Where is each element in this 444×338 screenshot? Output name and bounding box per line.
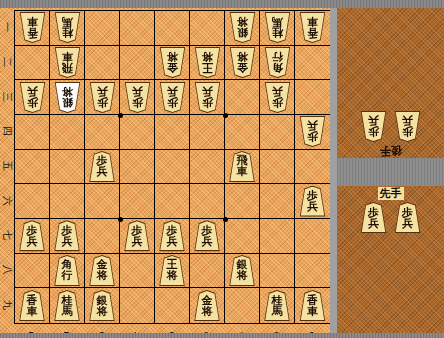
board-square[interactable]	[155, 150, 190, 185]
board-square[interactable]	[260, 184, 295, 219]
shogi-piece-sente[interactable]: 歩兵	[89, 151, 116, 182]
sente-piece-tray: 先手 歩兵歩兵	[337, 186, 444, 333]
board-square[interactable]	[85, 184, 120, 219]
board-square[interactable]: 歩兵	[120, 80, 155, 115]
board-square[interactable]	[295, 80, 330, 115]
board-square[interactable]: 歩兵	[15, 219, 50, 254]
shogi-piece-sente[interactable]: 歩兵	[54, 220, 81, 251]
board-square[interactable]	[85, 115, 120, 150]
shogi-piece-gote[interactable]: 歩兵	[194, 82, 221, 113]
board-square[interactable]: 香車	[295, 11, 330, 46]
shogi-piece-sente[interactable]: 歩兵	[299, 186, 326, 217]
shogi-piece-sente[interactable]: 飛車	[229, 151, 256, 182]
rank-label: 三	[0, 92, 14, 102]
board-square[interactable]	[225, 184, 260, 219]
gote-tray-pieces: 歩兵歩兵	[360, 111, 421, 142]
shogi-board-area: 一二三四五六七八九 香車桂馬銀将桂馬香車飛車金将王将金将角行歩兵銀将歩兵歩兵歩兵…	[0, 8, 330, 333]
board-square[interactable]	[50, 150, 85, 185]
board-square[interactable]	[190, 115, 225, 150]
board-square[interactable]: 飛車	[50, 46, 85, 81]
board-square[interactable]: 桂馬	[260, 288, 295, 323]
board-square[interactable]: 歩兵	[85, 150, 120, 185]
board-square[interactable]: 歩兵	[295, 184, 330, 219]
board-square[interactable]	[15, 46, 50, 81]
gote-tray-label: 後手	[380, 144, 402, 157]
board-square[interactable]	[50, 115, 85, 150]
board-square[interactable]	[155, 11, 190, 46]
board-square[interactable]	[85, 46, 120, 81]
board-square[interactable]: 金将	[155, 46, 190, 81]
board-square[interactable]: 歩兵	[85, 80, 120, 115]
shogi-piece-sente[interactable]: 歩兵	[194, 220, 221, 251]
board-square[interactable]	[225, 219, 260, 254]
shogi-piece-gote[interactable]: 金将	[229, 47, 256, 78]
shogi-piece-gote[interactable]: 歩兵	[124, 82, 151, 113]
board-square[interactable]	[225, 115, 260, 150]
shogi-piece-gote[interactable]: 歩兵	[394, 111, 421, 142]
shogi-piece-gote[interactable]: 角行	[264, 47, 291, 78]
board-square[interactable]	[260, 254, 295, 289]
rank-label: 五	[0, 161, 14, 171]
shogi-piece-gote[interactable]: 桂馬	[264, 12, 291, 43]
rank-label: 二	[0, 57, 14, 67]
shogi-piece-sente[interactable]: 銀将	[229, 255, 256, 286]
board-square[interactable]: 王将	[190, 46, 225, 81]
shogi-piece-sente[interactable]: 歩兵	[19, 220, 46, 251]
board-square[interactable]: 王将	[155, 254, 190, 289]
board-square[interactable]: 香車	[295, 288, 330, 323]
shogi-piece-gote[interactable]: 歩兵	[299, 116, 326, 147]
board-square[interactable]	[260, 115, 295, 150]
window-chrome-top	[0, 0, 444, 8]
sente-tray-pieces: 歩兵歩兵	[360, 202, 421, 233]
board-square[interactable]	[260, 219, 295, 254]
star-point	[223, 217, 228, 222]
board-square[interactable]	[15, 150, 50, 185]
shogi-piece-sente[interactable]: 香車	[299, 290, 326, 321]
board-square[interactable]: 歩兵	[295, 115, 330, 150]
shogi-piece-sente[interactable]: 歩兵	[360, 202, 387, 233]
board-square[interactable]	[260, 150, 295, 185]
board-square[interactable]: 飛車	[225, 150, 260, 185]
board-square[interactable]	[190, 184, 225, 219]
shogi-piece-gote[interactable]: 銀将	[229, 12, 256, 43]
board-square[interactable]	[225, 288, 260, 323]
tray-divider	[337, 158, 444, 186]
star-point	[118, 217, 123, 222]
board-square[interactable]	[190, 150, 225, 185]
board-square[interactable]: 歩兵	[15, 80, 50, 115]
shogi-piece-gote[interactable]: 歩兵	[264, 82, 291, 113]
shogi-piece-sente[interactable]: 金将	[194, 290, 221, 321]
board-square[interactable]: 桂馬	[260, 11, 295, 46]
board-square[interactable]: 金将	[225, 46, 260, 81]
shogi-piece-sente[interactable]: 歩兵	[159, 220, 186, 251]
board-square[interactable]: 歩兵	[190, 80, 225, 115]
board-square[interactable]	[120, 11, 155, 46]
board-square[interactable]	[155, 288, 190, 323]
board-square[interactable]	[295, 150, 330, 185]
board-square[interactable]	[225, 80, 260, 115]
board-square[interactable]	[295, 219, 330, 254]
rank-label: 一	[0, 22, 14, 32]
shogi-piece-sente[interactable]: 桂馬	[54, 290, 81, 321]
board-square[interactable]	[50, 184, 85, 219]
board-square[interactable]	[190, 254, 225, 289]
rank-labels: 一二三四五六七八九	[0, 10, 13, 322]
shogi-piece-gote[interactable]: 金将	[159, 47, 186, 78]
shogi-piece-gote[interactable]: 歩兵	[19, 82, 46, 113]
shogi-piece-gote[interactable]: 歩兵	[360, 111, 387, 142]
board-square[interactable]: 香車	[15, 288, 50, 323]
shogi-piece-gote[interactable]: 歩兵	[89, 82, 116, 113]
board-square[interactable]: 歩兵	[190, 219, 225, 254]
board-square[interactable]: 桂馬	[50, 11, 85, 46]
shogi-piece-sente[interactable]: 銀将	[89, 290, 116, 321]
shogi-piece-gote[interactable]: 銀将	[54, 82, 81, 113]
shogi-piece-gote[interactable]: 飛車	[54, 47, 81, 78]
board-square[interactable]: 歩兵	[155, 80, 190, 115]
board-square[interactable]	[85, 11, 120, 46]
captured-pieces-panel: 歩兵歩兵 後手 先手 歩兵歩兵	[330, 8, 444, 333]
board-square[interactable]	[15, 115, 50, 150]
board-square[interactable]	[295, 254, 330, 289]
shogi-board-grid: 香車桂馬銀将桂馬香車飛車金将王将金将角行歩兵銀将歩兵歩兵歩兵歩兵歩兵歩兵歩兵飛車…	[14, 10, 331, 324]
board-square[interactable]: 角行	[260, 46, 295, 81]
star-point	[223, 113, 228, 118]
board-square[interactable]: 金将	[190, 288, 225, 323]
board-square[interactable]	[120, 184, 155, 219]
rank-label: 九	[0, 300, 14, 310]
board-square[interactable]	[15, 184, 50, 219]
shogi-piece-sente[interactable]: 桂馬	[264, 290, 291, 321]
board-square[interactable]: 歩兵	[120, 219, 155, 254]
board-square[interactable]: 銀将	[225, 254, 260, 289]
board-square[interactable]	[155, 115, 190, 150]
board-square[interactable]: 香車	[15, 11, 50, 46]
board-square[interactable]: 歩兵	[260, 80, 295, 115]
rank-label: 六	[0, 196, 14, 206]
board-square[interactable]: 歩兵	[50, 219, 85, 254]
shogi-piece-gote[interactable]: 香車	[299, 12, 326, 43]
board-square[interactable]	[120, 288, 155, 323]
shogi-piece-sente[interactable]: 歩兵	[124, 220, 151, 251]
board-square[interactable]: 銀将	[225, 11, 260, 46]
board-square[interactable]	[120, 150, 155, 185]
board-square[interactable]: 歩兵	[155, 219, 190, 254]
board-square[interactable]	[155, 184, 190, 219]
shogi-app-window: 一二三四五六七八九 香車桂馬銀将桂馬香車飛車金将王将金将角行歩兵銀将歩兵歩兵歩兵…	[0, 0, 444, 338]
board-square[interactable]: 銀将	[50, 80, 85, 115]
panel-content: 歩兵歩兵 後手 先手 歩兵歩兵	[337, 8, 444, 333]
shogi-piece-sente[interactable]: 王将	[159, 255, 186, 286]
board-square[interactable]: 角行	[50, 254, 85, 289]
rank-label: 四	[0, 126, 14, 136]
board-square[interactable]: 銀将	[85, 288, 120, 323]
shogi-piece-sente[interactable]: 歩兵	[394, 202, 421, 233]
sente-tray-label: 先手	[378, 187, 404, 200]
star-point	[118, 113, 123, 118]
window-chrome-bottom	[0, 333, 444, 338]
board-square[interactable]	[85, 219, 120, 254]
board-square[interactable]: 金将	[85, 254, 120, 289]
rank-label: 八	[0, 265, 14, 275]
shogi-piece-gote[interactable]: 香車	[19, 12, 46, 43]
board-square[interactable]	[120, 254, 155, 289]
shogi-piece-gote[interactable]: 桂馬	[54, 12, 81, 43]
board-square[interactable]	[15, 254, 50, 289]
shogi-piece-gote[interactable]: 歩兵	[159, 82, 186, 113]
board-square[interactable]	[295, 46, 330, 81]
panel-edge	[330, 8, 337, 333]
shogi-piece-sente[interactable]: 香車	[19, 290, 46, 321]
shogi-piece-sente[interactable]: 金将	[89, 255, 116, 286]
board-square[interactable]	[190, 11, 225, 46]
board-square[interactable]	[120, 115, 155, 150]
rank-label: 七	[0, 230, 14, 240]
board-square[interactable]	[120, 46, 155, 81]
shogi-piece-sente[interactable]: 角行	[54, 255, 81, 286]
board-square[interactable]: 桂馬	[50, 288, 85, 323]
shogi-piece-gote[interactable]: 王将	[194, 47, 221, 78]
gote-piece-tray: 歩兵歩兵 後手	[337, 8, 444, 158]
